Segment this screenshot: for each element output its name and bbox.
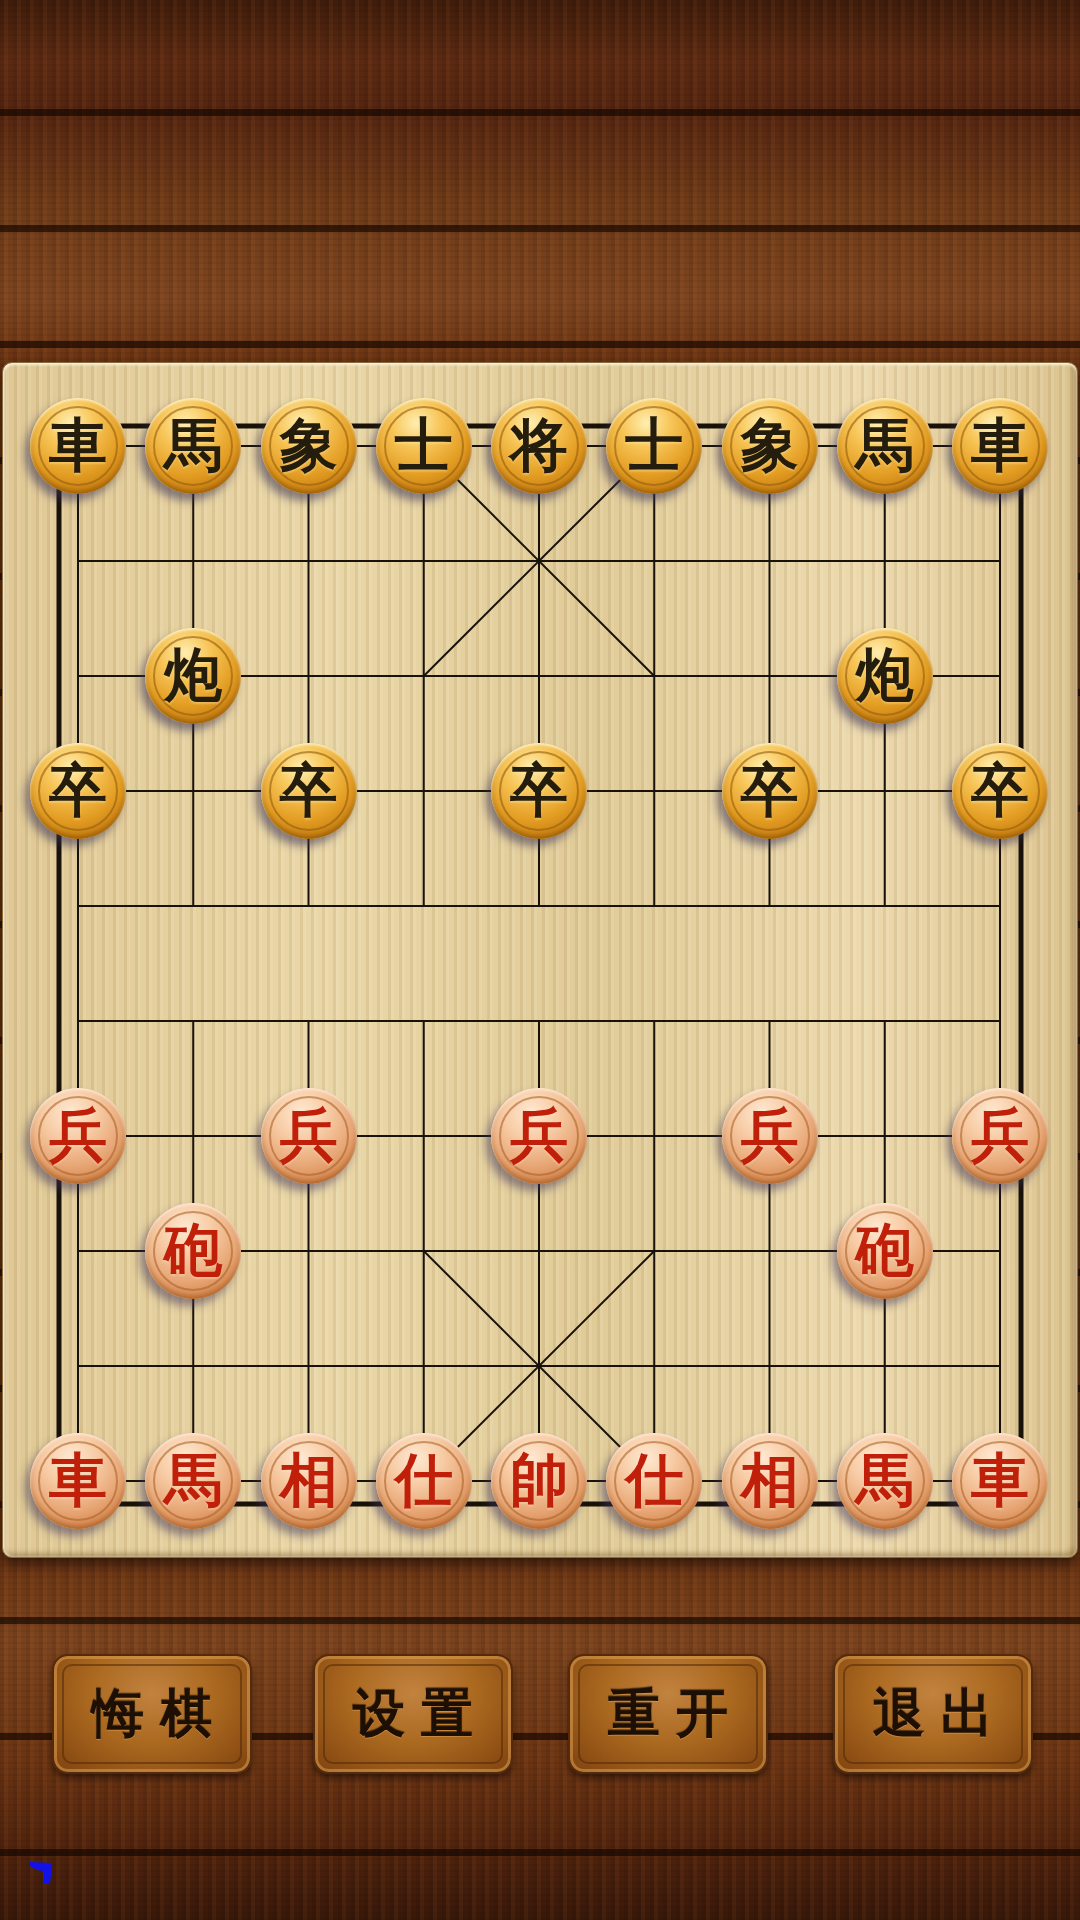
piece-character: 砲 (856, 1222, 914, 1280)
piece-red-chariot[interactable]: 車 (30, 1433, 126, 1529)
piece-character: 士 (625, 417, 683, 475)
piece-character: 馬 (856, 417, 914, 475)
piece-character: 卒 (741, 762, 799, 820)
piece-character: 象 (280, 417, 338, 475)
piece-red-cannon[interactable]: 砲 (145, 1203, 241, 1299)
piece-character: 将 (510, 417, 568, 475)
piece-character: 馬 (164, 417, 222, 475)
piece-red-soldier[interactable]: 兵 (30, 1088, 126, 1184)
piece-black-chariot[interactable]: 車 (952, 398, 1048, 494)
piece-black-advisor[interactable]: 士 (376, 398, 472, 494)
piece-character: 砲 (164, 1222, 222, 1280)
piece-character: 仕 (395, 1452, 453, 1510)
piece-black-soldier[interactable]: 卒 (491, 743, 587, 839)
piece-red-elephant[interactable]: 相 (722, 1433, 818, 1529)
piece-black-soldier[interactable]: 卒 (722, 743, 818, 839)
piece-red-cannon[interactable]: 砲 (837, 1203, 933, 1299)
piece-black-soldier[interactable]: 卒 (952, 743, 1048, 839)
xiangqi-board[interactable]: 車馬象士将士象馬車炮炮卒卒卒卒卒兵兵兵兵兵砲砲車馬相仕帥仕相馬車 (2, 362, 1078, 1558)
game-screen: 車馬象士将士象馬車炮炮卒卒卒卒卒兵兵兵兵兵砲砲車馬相仕帥仕相馬車 悔棋 设置 重… (0, 0, 1080, 1920)
piece-red-horse[interactable]: 馬 (837, 1433, 933, 1529)
piece-character: 炮 (164, 647, 222, 705)
piece-red-soldier[interactable]: 兵 (722, 1088, 818, 1184)
piece-character: 卒 (49, 762, 107, 820)
piece-black-soldier[interactable]: 卒 (30, 743, 126, 839)
undo-button[interactable]: 悔棋 (52, 1654, 252, 1774)
piece-black-horse[interactable]: 馬 (145, 398, 241, 494)
piece-character: 車 (971, 417, 1029, 475)
pieces-layer: 車馬象士将士象馬車炮炮卒卒卒卒卒兵兵兵兵兵砲砲車馬相仕帥仕相馬車 (3, 363, 1077, 1557)
piece-red-soldier[interactable]: 兵 (952, 1088, 1048, 1184)
exit-button-label: 退出 (873, 1679, 1009, 1749)
piece-character: 兵 (510, 1107, 568, 1165)
piece-red-advisor[interactable]: 仕 (376, 1433, 472, 1529)
piece-red-soldier[interactable]: 兵 (261, 1088, 357, 1184)
piece-red-horse[interactable]: 馬 (145, 1433, 241, 1529)
piece-black-general[interactable]: 将 (491, 398, 587, 494)
piece-black-elephant[interactable]: 象 (722, 398, 818, 494)
piece-black-soldier[interactable]: 卒 (261, 743, 357, 839)
piece-character: 馬 (164, 1452, 222, 1510)
piece-red-advisor[interactable]: 仕 (606, 1433, 702, 1529)
piece-red-elephant[interactable]: 相 (261, 1433, 357, 1529)
piece-character: 卒 (510, 762, 568, 820)
piece-character: 兵 (971, 1107, 1029, 1165)
exit-button[interactable]: 退出 (833, 1654, 1033, 1774)
piece-character: 車 (49, 1452, 107, 1510)
piece-black-cannon[interactable]: 炮 (145, 628, 241, 724)
piece-character: 士 (395, 417, 453, 475)
piece-character: 仕 (625, 1452, 683, 1510)
piece-black-elephant[interactable]: 象 (261, 398, 357, 494)
piece-character: 兵 (49, 1107, 107, 1165)
settings-button[interactable]: 设置 (313, 1654, 513, 1774)
settings-button-label: 设置 (353, 1679, 489, 1749)
piece-black-chariot[interactable]: 車 (30, 398, 126, 494)
piece-character: 相 (741, 1452, 799, 1510)
piece-black-cannon[interactable]: 炮 (837, 628, 933, 724)
piece-character: 兵 (280, 1107, 338, 1165)
piece-red-chariot[interactable]: 車 (952, 1433, 1048, 1529)
piece-character: 兵 (741, 1107, 799, 1165)
piece-character: 炮 (856, 647, 914, 705)
undo-button-label: 悔棋 (92, 1679, 228, 1749)
piece-character: 車 (49, 417, 107, 475)
piece-character: 帥 (510, 1452, 568, 1510)
piece-character: 馬 (856, 1452, 914, 1510)
piece-red-soldier[interactable]: 兵 (491, 1088, 587, 1184)
piece-character: 象 (741, 417, 799, 475)
piece-character: 卒 (971, 762, 1029, 820)
piece-character: 車 (971, 1452, 1029, 1510)
restart-button-label: 重开 (608, 1679, 744, 1749)
piece-black-horse[interactable]: 馬 (837, 398, 933, 494)
restart-button[interactable]: 重开 (568, 1654, 768, 1774)
piece-black-advisor[interactable]: 士 (606, 398, 702, 494)
piece-red-general[interactable]: 帥 (491, 1433, 587, 1529)
piece-character: 相 (280, 1452, 338, 1510)
piece-character: 卒 (280, 762, 338, 820)
cursor-arrow (30, 1862, 54, 1884)
